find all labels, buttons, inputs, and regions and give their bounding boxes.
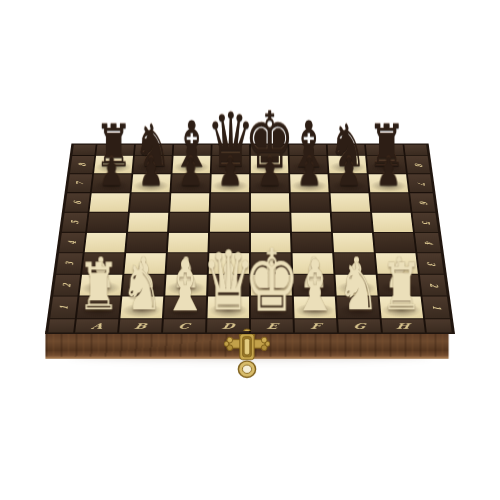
square-e1[interactable]: ♚ — [251, 297, 293, 319]
piece-light-rook-h1[interactable]: ♜ — [365, 257, 437, 319]
square-c6[interactable] — [170, 193, 209, 212]
rank-label-cell: 5 — [412, 213, 438, 232]
square-h6[interactable] — [370, 193, 410, 212]
rank-label-cell: 6 — [65, 193, 90, 212]
rank-label: 4 — [66, 240, 79, 244]
brass-clasp-icon — [224, 328, 270, 382]
square-h1[interactable]: ♜ — [380, 297, 423, 319]
square-b6[interactable] — [130, 193, 170, 212]
file-label: B — [133, 322, 148, 330]
rank-label: 6 — [71, 200, 83, 204]
square-a6[interactable] — [89, 193, 129, 212]
rank-label: 4 — [421, 240, 434, 244]
rank-label: 6 — [416, 200, 428, 204]
box-front-panel — [45, 331, 448, 359]
piece-light-king-e1[interactable]: ♚ — [236, 239, 308, 321]
rank-label: 5 — [69, 220, 81, 224]
file-label: G — [353, 322, 367, 330]
chess-board-grid: 8♜♞♝♛♚♝♞♜87♟♟♟♟♟♟♟♟7665544332♟♟♟♟♟♟♟♟21♜… — [48, 145, 452, 333]
square-h5[interactable] — [372, 213, 413, 232]
square-a5[interactable] — [87, 213, 128, 232]
file-label: F — [310, 322, 322, 330]
piece-light-knight-b1[interactable]: ♞ — [106, 257, 178, 319]
square-f6[interactable] — [291, 193, 330, 212]
file-label: H — [396, 322, 411, 330]
square-h7[interactable]: ♟ — [369, 174, 409, 192]
square-g6[interactable] — [331, 193, 371, 212]
rank-label: 5 — [419, 220, 432, 224]
chess-board: 8♜♞♝♛♚♝♞♜87♟♟♟♟♟♟♟♟7665544332♟♟♟♟♟♟♟♟21♜… — [45, 144, 455, 334]
square-d6[interactable] — [211, 193, 250, 212]
rank-label-cell: 5 — [62, 213, 88, 232]
square-b5[interactable] — [128, 213, 168, 232]
square-e6[interactable] — [251, 193, 290, 212]
file-label: C — [177, 322, 191, 330]
square-g5[interactable] — [332, 213, 372, 232]
product-photo-scene: 8♜♞♝♛♚♝♞♜87♟♟♟♟♟♟♟♟7665544332♟♟♟♟♟♟♟♟21♜… — [0, 0, 500, 500]
file-label: A — [90, 322, 104, 330]
rank-label-cell: 6 — [410, 193, 435, 212]
square-b1[interactable]: ♞ — [120, 297, 163, 319]
square-c5[interactable] — [169, 213, 209, 232]
